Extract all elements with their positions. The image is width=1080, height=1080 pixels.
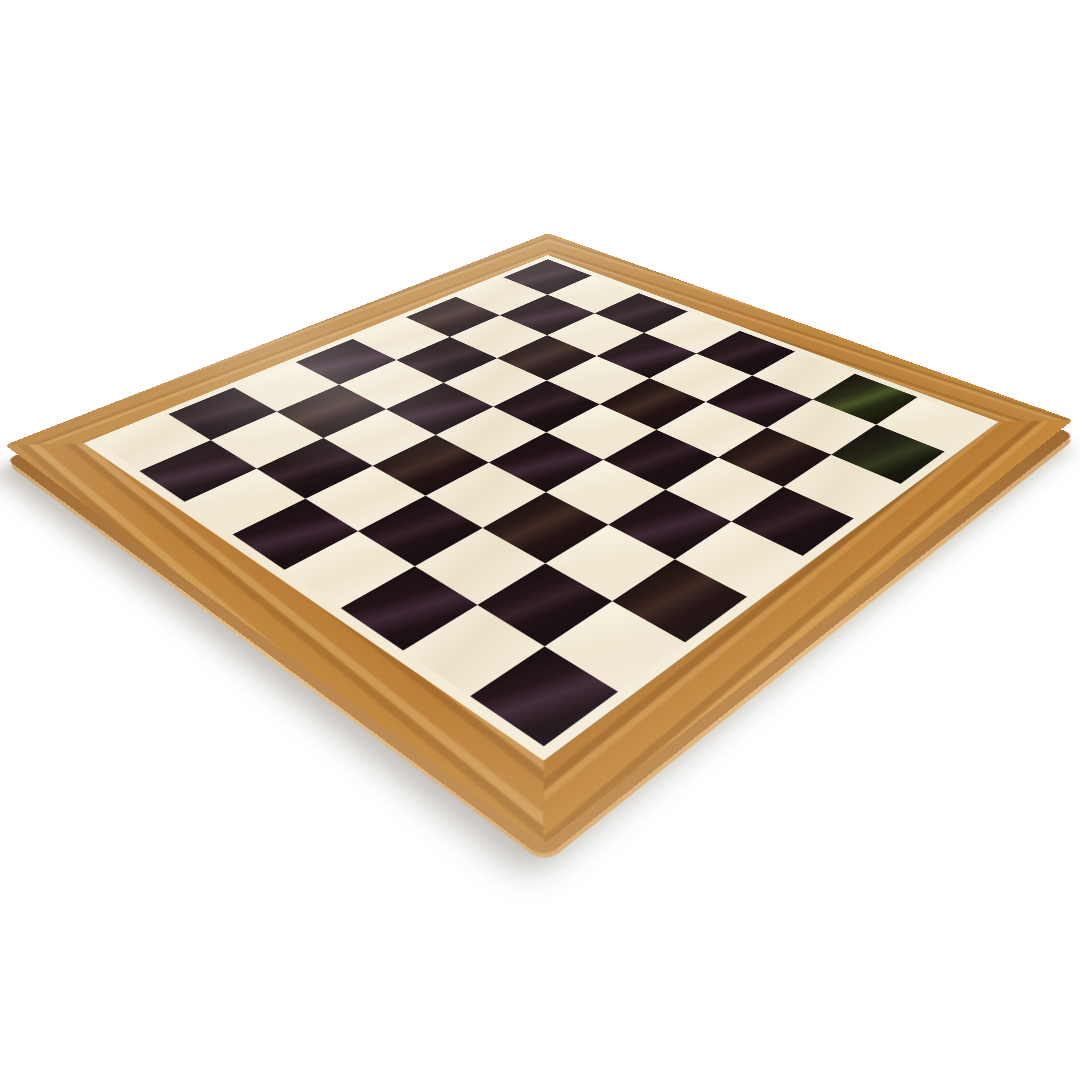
chess-board xyxy=(5,233,1073,845)
chess-board-photo xyxy=(0,0,1080,1080)
scene xyxy=(0,0,1080,1080)
playing-field xyxy=(98,259,984,746)
